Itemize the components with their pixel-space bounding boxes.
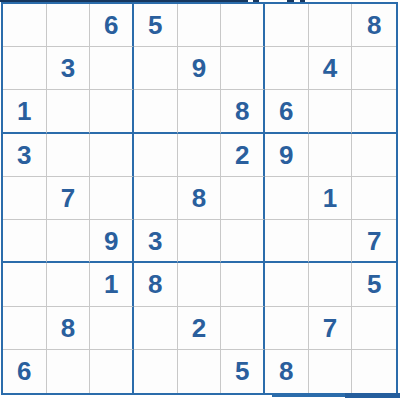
cell-r1c2[interactable] — [47, 4, 91, 47]
cell-r4c8[interactable] — [309, 134, 353, 177]
given-digit: 2 — [235, 142, 249, 168]
cell-r9c7[interactable]: 8 — [265, 350, 309, 393]
given-digit: 8 — [279, 358, 293, 384]
cell-r2c2[interactable]: 3 — [47, 47, 91, 90]
cell-r9c8[interactable] — [309, 350, 353, 393]
cell-r2c8[interactable]: 4 — [309, 47, 353, 90]
cell-r7c7[interactable] — [265, 263, 309, 306]
cell-r3c2[interactable] — [47, 90, 91, 133]
cell-r5c3[interactable] — [90, 177, 134, 220]
given-digit: 5 — [148, 12, 162, 38]
given-digit: 3 — [148, 228, 162, 254]
cell-r6c4[interactable]: 3 — [134, 220, 178, 263]
cell-r7c3[interactable]: 1 — [90, 263, 134, 306]
given-digit: 8 — [235, 98, 249, 124]
cell-r8c5[interactable]: 2 — [178, 307, 222, 350]
cell-r5c9[interactable] — [352, 177, 396, 220]
cell-r8c9[interactable] — [352, 307, 396, 350]
cell-r3c6[interactable]: 8 — [221, 90, 265, 133]
given-digit: 4 — [323, 55, 337, 81]
given-digit: 7 — [61, 185, 75, 211]
given-digit: 9 — [192, 55, 206, 81]
given-digit: 3 — [17, 142, 31, 168]
cell-r3c3[interactable] — [90, 90, 134, 133]
cell-r4c7[interactable]: 9 — [265, 134, 309, 177]
cell-r7c6[interactable] — [221, 263, 265, 306]
given-digit: 6 — [104, 12, 118, 38]
given-digit: 8 — [148, 271, 162, 297]
cell-r2c5[interactable]: 9 — [178, 47, 222, 90]
given-digit: 6 — [279, 98, 293, 124]
given-digit: 1 — [17, 98, 31, 124]
cell-r4c2[interactable] — [47, 134, 91, 177]
cell-r2c6[interactable] — [221, 47, 265, 90]
cell-r8c6[interactable] — [221, 307, 265, 350]
cell-r4c9[interactable] — [352, 134, 396, 177]
given-digit: 9 — [279, 142, 293, 168]
cell-r9c3[interactable] — [90, 350, 134, 393]
cell-r9c5[interactable] — [178, 350, 222, 393]
cell-r4c5[interactable] — [178, 134, 222, 177]
cell-r6c6[interactable] — [221, 220, 265, 263]
cell-r9c4[interactable] — [134, 350, 178, 393]
cell-r2c3[interactable] — [90, 47, 134, 90]
given-digit: 3 — [61, 55, 75, 81]
given-digit: 8 — [367, 12, 381, 38]
given-digit: 2 — [192, 315, 206, 341]
cell-r5c4[interactable] — [134, 177, 178, 220]
cropped-content-below-fragment — [345, 393, 400, 398]
cell-r5c5[interactable]: 8 — [178, 177, 222, 220]
cell-r6c7[interactable] — [265, 220, 309, 263]
cell-r4c1[interactable]: 3 — [3, 134, 47, 177]
cell-r1c7[interactable] — [265, 4, 309, 47]
cell-r5c7[interactable] — [265, 177, 309, 220]
cell-r6c3[interactable]: 9 — [90, 220, 134, 263]
cell-r8c7[interactable] — [265, 307, 309, 350]
cell-r9c6[interactable]: 5 — [221, 350, 265, 393]
cell-r9c9[interactable] — [352, 350, 396, 393]
cell-r5c6[interactable] — [221, 177, 265, 220]
cell-r4c6[interactable]: 2 — [221, 134, 265, 177]
cell-r6c5[interactable] — [178, 220, 222, 263]
cell-r1c4[interactable]: 5 — [134, 4, 178, 47]
cell-r7c8[interactable] — [309, 263, 353, 306]
cell-r3c5[interactable] — [178, 90, 222, 133]
cell-r3c9[interactable] — [352, 90, 396, 133]
cell-r8c2[interactable]: 8 — [47, 307, 91, 350]
cell-r1c9[interactable]: 8 — [352, 4, 396, 47]
cell-r6c2[interactable] — [47, 220, 91, 263]
cell-r1c8[interactable] — [309, 4, 353, 47]
cell-r4c4[interactable] — [134, 134, 178, 177]
cell-r7c4[interactable]: 8 — [134, 263, 178, 306]
cell-r3c8[interactable] — [309, 90, 353, 133]
cell-r3c1[interactable]: 1 — [3, 90, 47, 133]
given-digit: 6 — [17, 358, 31, 384]
given-digit: 1 — [104, 271, 118, 297]
cell-r3c7[interactable]: 6 — [265, 90, 309, 133]
cell-r5c8[interactable]: 1 — [309, 177, 353, 220]
given-digit: 9 — [104, 228, 118, 254]
cell-r7c2[interactable] — [47, 263, 91, 306]
cell-r1c6[interactable] — [221, 4, 265, 47]
cell-r1c1[interactable] — [3, 4, 47, 47]
cell-r6c8[interactable] — [309, 220, 353, 263]
cell-r2c9[interactable] — [352, 47, 396, 90]
sudoku-board: 658394186329781937185827658 — [1, 2, 398, 395]
cell-r1c5[interactable] — [178, 4, 222, 47]
cell-r8c3[interactable] — [90, 307, 134, 350]
cell-r1c3[interactable]: 6 — [90, 4, 134, 47]
cell-r6c1[interactable] — [3, 220, 47, 263]
cell-r3c4[interactable] — [134, 90, 178, 133]
cell-r9c1[interactable]: 6 — [3, 350, 47, 393]
cell-r4c3[interactable] — [90, 134, 134, 177]
cell-r8c8[interactable]: 7 — [309, 307, 353, 350]
cell-r7c5[interactable] — [178, 263, 222, 306]
cell-r5c1[interactable] — [3, 177, 47, 220]
given-digit: 5 — [367, 271, 381, 297]
cell-r6c9[interactable]: 7 — [352, 220, 396, 263]
cell-r2c7[interactable] — [265, 47, 309, 90]
cell-r8c4[interactable] — [134, 307, 178, 350]
given-digit: 7 — [367, 228, 381, 254]
given-digit: 5 — [235, 358, 249, 384]
cell-r2c1[interactable] — [3, 47, 47, 90]
given-digit: 7 — [323, 315, 337, 341]
given-digit: 1 — [323, 185, 337, 211]
cell-r2c4[interactable] — [134, 47, 178, 90]
cell-r7c1[interactable] — [3, 263, 47, 306]
cell-r5c2[interactable]: 7 — [47, 177, 91, 220]
cell-r7c9[interactable]: 5 — [352, 263, 396, 306]
given-digit: 8 — [192, 185, 206, 211]
cell-r8c1[interactable] — [3, 307, 47, 350]
given-digit: 8 — [61, 315, 75, 341]
cell-r9c2[interactable] — [47, 350, 91, 393]
